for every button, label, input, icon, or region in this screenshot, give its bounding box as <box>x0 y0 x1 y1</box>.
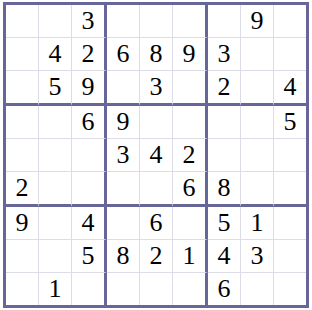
sudoku-cell-r2c5[interactable]: 8 <box>140 38 173 71</box>
sudoku-cell-r3c4[interactable] <box>107 71 140 106</box>
sudoku-cell-r9c5[interactable] <box>140 273 173 305</box>
sudoku-cell-r6c8[interactable] <box>241 172 274 207</box>
sudoku-cell-r2c3[interactable]: 2 <box>72 38 107 71</box>
sudoku-cell-r5c4[interactable]: 3 <box>107 139 140 172</box>
sudoku-cell-r3c8[interactable] <box>241 71 274 106</box>
sudoku-cell-r7c5[interactable]: 6 <box>140 207 173 240</box>
sudoku-cell-r2c9[interactable] <box>274 38 306 71</box>
sudoku-cell-r6c3[interactable] <box>72 172 107 207</box>
sudoku-cell-r7c4[interactable] <box>107 207 140 240</box>
sudoku-cell-r9c7[interactable]: 6 <box>208 273 241 305</box>
sudoku-cell-r2c7[interactable]: 3 <box>208 38 241 71</box>
sudoku-cell-r6c1[interactable]: 2 <box>6 172 39 207</box>
sudoku-cell-r1c9[interactable] <box>274 5 306 38</box>
sudoku-cell-r8c3[interactable]: 5 <box>72 240 107 273</box>
sudoku-cell-r8c4[interactable]: 8 <box>107 240 140 273</box>
sudoku-cell-r4c5[interactable] <box>140 106 173 139</box>
sudoku-cell-r4c8[interactable] <box>241 106 274 139</box>
sudoku-cell-r9c6[interactable] <box>173 273 208 305</box>
sudoku-cell-r3c9[interactable]: 4 <box>274 71 306 106</box>
sudoku-cell-r3c5[interactable]: 3 <box>140 71 173 106</box>
sudoku-cell-r5c3[interactable] <box>72 139 107 172</box>
sudoku-cell-r4c2[interactable] <box>39 106 72 139</box>
sudoku-cell-r5c6[interactable]: 2 <box>173 139 208 172</box>
sudoku-cell-r6c7[interactable]: 8 <box>208 172 241 207</box>
sudoku-cell-r5c9[interactable] <box>274 139 306 172</box>
sudoku-cell-r7c8[interactable]: 1 <box>241 207 274 240</box>
sudoku-cell-r5c2[interactable] <box>39 139 72 172</box>
sudoku-cell-r3c3[interactable]: 9 <box>72 71 107 106</box>
sudoku-cell-r1c5[interactable] <box>140 5 173 38</box>
sudoku-cell-r2c6[interactable]: 9 <box>173 38 208 71</box>
sudoku-board-wrapper: 39426893593246953422689465158214316 <box>3 2 309 308</box>
sudoku-cell-r6c9[interactable] <box>274 172 306 207</box>
sudoku-cell-r1c7[interactable] <box>208 5 241 38</box>
sudoku-cell-r3c1[interactable] <box>6 71 39 106</box>
sudoku-cell-r5c8[interactable] <box>241 139 274 172</box>
sudoku-cell-r4c1[interactable] <box>6 106 39 139</box>
sudoku-cell-r4c7[interactable] <box>208 106 241 139</box>
sudoku-cell-r1c6[interactable] <box>173 5 208 38</box>
sudoku-cell-r6c6[interactable]: 6 <box>173 172 208 207</box>
sudoku-cell-r9c4[interactable] <box>107 273 140 305</box>
sudoku-cell-r3c2[interactable]: 5 <box>39 71 72 106</box>
sudoku-cell-r8c9[interactable] <box>274 240 306 273</box>
sudoku-cell-r1c1[interactable] <box>6 5 39 38</box>
sudoku-board: 39426893593246953422689465158214316 <box>3 2 309 308</box>
sudoku-cell-r5c7[interactable] <box>208 139 241 172</box>
sudoku-cell-r7c3[interactable]: 4 <box>72 207 107 240</box>
sudoku-cell-r5c1[interactable] <box>6 139 39 172</box>
sudoku-cell-r4c9[interactable]: 5 <box>274 106 306 139</box>
sudoku-cell-r9c2[interactable]: 1 <box>39 273 72 305</box>
sudoku-cell-r1c2[interactable] <box>39 5 72 38</box>
sudoku-cell-r7c7[interactable]: 5 <box>208 207 241 240</box>
sudoku-cell-r1c8[interactable]: 9 <box>241 5 274 38</box>
sudoku-cell-r2c4[interactable]: 6 <box>107 38 140 71</box>
sudoku-cell-r2c1[interactable] <box>6 38 39 71</box>
sudoku-cell-r7c1[interactable]: 9 <box>6 207 39 240</box>
sudoku-cell-r4c6[interactable] <box>173 106 208 139</box>
sudoku-cell-r9c8[interactable] <box>241 273 274 305</box>
sudoku-cell-r4c3[interactable]: 6 <box>72 106 107 139</box>
sudoku-cell-r6c2[interactable] <box>39 172 72 207</box>
sudoku-cell-r7c6[interactable] <box>173 207 208 240</box>
sudoku-cell-r8c6[interactable]: 1 <box>173 240 208 273</box>
sudoku-cell-r1c3[interactable]: 3 <box>72 5 107 38</box>
sudoku-cell-r2c8[interactable] <box>241 38 274 71</box>
sudoku-cell-r6c5[interactable] <box>140 172 173 207</box>
sudoku-cell-r8c8[interactable]: 3 <box>241 240 274 273</box>
sudoku-cell-r9c1[interactable] <box>6 273 39 305</box>
sudoku-cell-r3c6[interactable] <box>173 71 208 106</box>
sudoku-cell-r8c2[interactable] <box>39 240 72 273</box>
sudoku-cell-r6c4[interactable] <box>107 172 140 207</box>
sudoku-cell-r8c7[interactable]: 4 <box>208 240 241 273</box>
sudoku-cell-r3c7[interactable]: 2 <box>208 71 241 106</box>
sudoku-cell-r2c2[interactable]: 4 <box>39 38 72 71</box>
sudoku-cell-r8c1[interactable] <box>6 240 39 273</box>
sudoku-cell-r7c9[interactable] <box>274 207 306 240</box>
sudoku-cell-r7c2[interactable] <box>39 207 72 240</box>
sudoku-cell-r4c4[interactable]: 9 <box>107 106 140 139</box>
sudoku-cell-r9c3[interactable] <box>72 273 107 305</box>
sudoku-cell-r9c9[interactable] <box>274 273 306 305</box>
sudoku-cell-r1c4[interactable] <box>107 5 140 38</box>
sudoku-cell-r8c5[interactable]: 2 <box>140 240 173 273</box>
sudoku-cell-r5c5[interactable]: 4 <box>140 139 173 172</box>
